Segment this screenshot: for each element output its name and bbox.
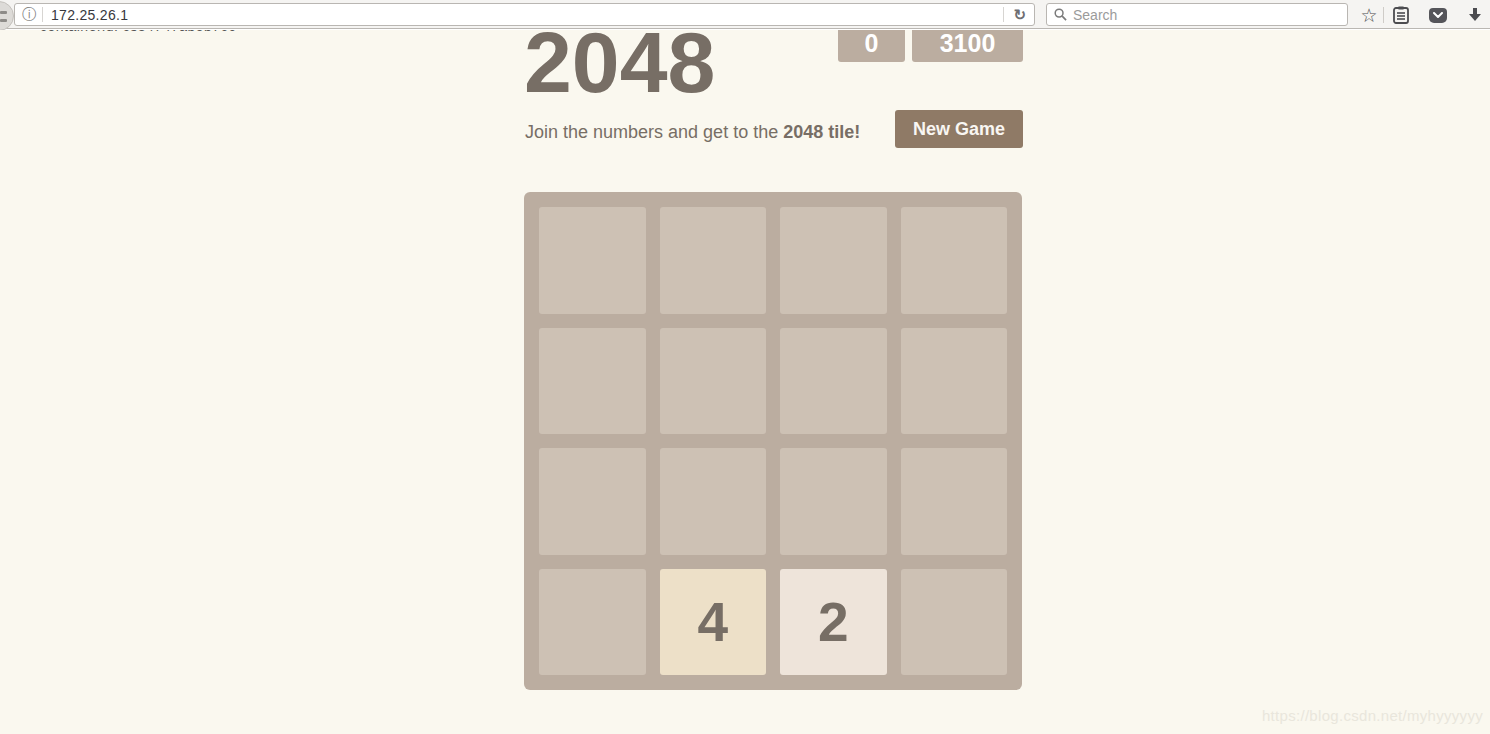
empty-cell bbox=[539, 328, 646, 435]
empty-cell bbox=[901, 207, 1008, 314]
intro-text-normal: Join the numbers and get to the bbox=[525, 122, 783, 142]
reading-list-icon[interactable] bbox=[1390, 4, 1412, 26]
empty-cell bbox=[660, 207, 767, 314]
empty-cell bbox=[539, 569, 646, 676]
search-placeholder: Search bbox=[1073, 7, 1117, 23]
nav-scroll-button[interactable] bbox=[0, 1, 14, 31]
score-value: 0 bbox=[838, 30, 905, 58]
tile-2: 2 bbox=[780, 569, 887, 676]
download-arrow-icon bbox=[1468, 7, 1482, 23]
page-content: containerid: cs34747ab5b7c6 2048 0 3100 … bbox=[0, 30, 1490, 734]
downloads-button[interactable] bbox=[1464, 4, 1486, 26]
clipped-top-text: containerid: cs34747ab5b7c6 bbox=[40, 30, 236, 34]
clipboard-icon bbox=[1393, 6, 1409, 24]
intro-text: Join the numbers and get to the 2048 til… bbox=[525, 122, 860, 143]
best-score-box: 3100 bbox=[912, 30, 1023, 62]
search-icon bbox=[1054, 8, 1067, 21]
new-game-button[interactable]: New Game bbox=[895, 110, 1023, 148]
empty-cell bbox=[780, 448, 887, 555]
page-title: 2048 bbox=[524, 30, 715, 105]
empty-cell bbox=[780, 207, 887, 314]
best-score-value: 3100 bbox=[912, 30, 1023, 58]
empty-cell bbox=[780, 328, 887, 435]
empty-cell bbox=[901, 448, 1008, 555]
tile-4: 4 bbox=[660, 569, 767, 676]
board-grid: 42 bbox=[524, 192, 1022, 690]
score-box: 0 bbox=[838, 30, 905, 62]
empty-cell bbox=[660, 448, 767, 555]
site-info-icon[interactable]: ⓘ bbox=[15, 6, 42, 24]
intro-text-bold: 2048 tile! bbox=[783, 122, 860, 142]
bookmark-star-icon[interactable]: ☆ bbox=[1358, 4, 1380, 26]
scroll-down-icon bbox=[0, 19, 7, 22]
search-input[interactable]: Search bbox=[1046, 3, 1348, 26]
empty-cell bbox=[539, 207, 646, 314]
url-bar[interactable]: ⓘ 172.25.26.1 ↻ bbox=[14, 3, 1035, 26]
url-text[interactable]: 172.25.26.1 bbox=[43, 7, 1003, 23]
empty-cell bbox=[901, 569, 1008, 676]
toolbar-separator bbox=[1383, 7, 1384, 23]
browser-toolbar: ⓘ 172.25.26.1 ↻ Search ☆ bbox=[0, 0, 1490, 29]
pocket-button[interactable] bbox=[1427, 4, 1449, 26]
reload-icon[interactable]: ↻ bbox=[1004, 6, 1034, 24]
empty-cell bbox=[660, 328, 767, 435]
watermark-text: https://blog.csdn.net/myhyyyyyy bbox=[1262, 707, 1483, 724]
empty-cell bbox=[539, 448, 646, 555]
pocket-icon bbox=[1429, 8, 1447, 23]
scroll-up-icon bbox=[0, 11, 7, 14]
empty-cell bbox=[901, 328, 1008, 435]
